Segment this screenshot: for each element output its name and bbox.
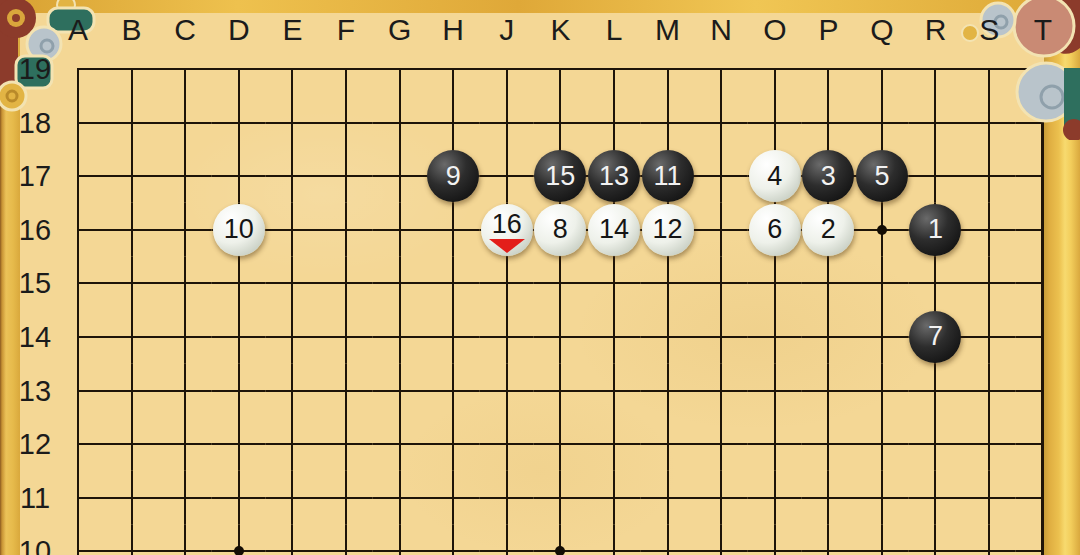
intersection-K19[interactable] xyxy=(534,42,588,96)
intersection-Q12[interactable] xyxy=(855,417,909,471)
move-number: 4 xyxy=(767,163,782,190)
intersection-O16[interactable]: 6 xyxy=(748,203,802,257)
intersection-Q14[interactable] xyxy=(855,310,909,364)
intersection-H19[interactable] xyxy=(426,42,480,96)
intersection-F16[interactable] xyxy=(319,203,373,257)
intersection-J16[interactable]: 16 xyxy=(480,203,534,257)
intersection-A11[interactable] xyxy=(51,471,105,525)
intersection-B18[interactable] xyxy=(105,96,159,150)
move-number: 3 xyxy=(821,163,836,190)
move-number: 8 xyxy=(553,216,568,243)
move-number: 15 xyxy=(545,163,575,190)
intersection-S10[interactable] xyxy=(962,525,1016,555)
stone-black-13: 13 xyxy=(588,150,640,202)
intersection-A15[interactable] xyxy=(51,257,105,311)
intersection-Q13[interactable] xyxy=(855,364,909,418)
intersection-R16[interactable]: 1 xyxy=(909,203,963,257)
intersection-M14[interactable] xyxy=(641,310,695,364)
intersection-D14[interactable] xyxy=(212,310,266,364)
move-number: 12 xyxy=(652,216,682,243)
intersection-J11[interactable] xyxy=(480,471,534,525)
intersection-B10[interactable] xyxy=(105,525,159,555)
intersection-P14[interactable] xyxy=(802,310,856,364)
intersection-D19[interactable] xyxy=(212,42,266,96)
intersection-N11[interactable] xyxy=(694,471,748,525)
intersection-D17[interactable] xyxy=(212,149,266,203)
intersection-P16[interactable]: 2 xyxy=(802,203,856,257)
intersection-P10[interactable] xyxy=(802,525,856,555)
intersection-D10[interactable] xyxy=(212,525,266,555)
intersection-C14[interactable] xyxy=(158,310,212,364)
intersection-O14[interactable] xyxy=(748,310,802,364)
intersection-B11[interactable] xyxy=(105,471,159,525)
intersection-H13[interactable] xyxy=(426,364,480,418)
intersection-A19[interactable] xyxy=(51,42,105,96)
intersection-F18[interactable] xyxy=(319,96,373,150)
move-number: 1 xyxy=(928,216,943,243)
intersection-R15[interactable] xyxy=(909,257,963,311)
intersection-G10[interactable] xyxy=(373,525,427,555)
intersection-Q11[interactable] xyxy=(855,471,909,525)
move-number: 5 xyxy=(874,163,889,190)
intersection-T15[interactable] xyxy=(1016,257,1070,311)
intersection-K12[interactable] xyxy=(534,417,588,471)
go-board-screen: 91513114351016814126217 ABCDEFGHJKLMNOPQ… xyxy=(0,0,1080,555)
intersection-D11[interactable] xyxy=(212,471,266,525)
intersection-E12[interactable] xyxy=(266,417,320,471)
intersection-T19[interactable] xyxy=(1016,42,1070,96)
stone-white-4: 4 xyxy=(749,150,801,202)
intersection-J17[interactable] xyxy=(480,149,534,203)
intersection-C12[interactable] xyxy=(158,417,212,471)
stone-black-11: 11 xyxy=(642,150,694,202)
intersection-B17[interactable] xyxy=(105,149,159,203)
intersection-T17[interactable] xyxy=(1016,149,1070,203)
stone-white-10: 10 xyxy=(213,204,265,256)
intersection-D12[interactable] xyxy=(212,417,266,471)
intersection-S19[interactable] xyxy=(962,42,1016,96)
intersection-N19[interactable] xyxy=(694,42,748,96)
intersection-O12[interactable] xyxy=(748,417,802,471)
intersection-L15[interactable] xyxy=(587,257,641,311)
intersection-F19[interactable] xyxy=(319,42,373,96)
intersection-G14[interactable] xyxy=(373,310,427,364)
intersection-M10[interactable] xyxy=(641,525,695,555)
intersection-J13[interactable] xyxy=(480,364,534,418)
intersection-S15[interactable] xyxy=(962,257,1016,311)
move-number: 2 xyxy=(821,216,836,243)
intersection-H11[interactable] xyxy=(426,471,480,525)
intersection-P12[interactable] xyxy=(802,417,856,471)
intersection-Q19[interactable] xyxy=(855,42,909,96)
intersection-H16[interactable] xyxy=(426,203,480,257)
stone-black-1: 1 xyxy=(909,204,961,256)
intersection-E19[interactable] xyxy=(266,42,320,96)
intersection-L14[interactable] xyxy=(587,310,641,364)
intersection-B16[interactable] xyxy=(105,203,159,257)
star-point-D10 xyxy=(234,546,244,555)
intersection-T13[interactable] xyxy=(1016,364,1070,418)
move-number: 7 xyxy=(928,323,943,350)
intersection-K15[interactable] xyxy=(534,257,588,311)
intersection-N17[interactable] xyxy=(694,149,748,203)
intersection-K11[interactable] xyxy=(534,471,588,525)
move-number: 6 xyxy=(767,216,782,243)
stone-white-12: 12 xyxy=(642,204,694,256)
intersection-A14[interactable] xyxy=(51,310,105,364)
intersection-S17[interactable] xyxy=(962,149,1016,203)
intersection-L12[interactable] xyxy=(587,417,641,471)
intersection-O18[interactable] xyxy=(748,96,802,150)
intersection-O17[interactable]: 4 xyxy=(748,149,802,203)
intersection-H15[interactable] xyxy=(426,257,480,311)
intersection-Q10[interactable] xyxy=(855,525,909,555)
intersection-A12[interactable] xyxy=(51,417,105,471)
intersection-L11[interactable] xyxy=(587,471,641,525)
intersection-S18[interactable] xyxy=(962,96,1016,150)
intersection-E10[interactable] xyxy=(266,525,320,555)
intersection-R11[interactable] xyxy=(909,471,963,525)
intersection-G12[interactable] xyxy=(373,417,427,471)
intersection-S12[interactable] xyxy=(962,417,1016,471)
intersection-K14[interactable] xyxy=(534,310,588,364)
intersection-B13[interactable] xyxy=(105,364,159,418)
intersection-N16[interactable] xyxy=(694,203,748,257)
intersection-H12[interactable] xyxy=(426,417,480,471)
intersection-G15[interactable] xyxy=(373,257,427,311)
intersection-E18[interactable] xyxy=(266,96,320,150)
intersection-M16[interactable]: 12 xyxy=(641,203,695,257)
last-move-marker xyxy=(489,239,525,253)
intersection-O19[interactable] xyxy=(748,42,802,96)
stone-black-15: 15 xyxy=(534,150,586,202)
intersection-S16[interactable] xyxy=(962,203,1016,257)
intersection-A10[interactable] xyxy=(51,525,105,555)
intersection-K17[interactable]: 15 xyxy=(534,149,588,203)
intersection-M19[interactable] xyxy=(641,42,695,96)
intersection-F13[interactable] xyxy=(319,364,373,418)
intersection-H18[interactable] xyxy=(426,96,480,150)
intersection-P17[interactable]: 3 xyxy=(802,149,856,203)
intersection-N15[interactable] xyxy=(694,257,748,311)
move-number: 11 xyxy=(654,163,682,190)
intersection-J10[interactable] xyxy=(480,525,534,555)
intersection-C17[interactable] xyxy=(158,149,212,203)
intersection-J14[interactable] xyxy=(480,310,534,364)
intersection-J18[interactable] xyxy=(480,96,534,150)
stone-white-16: 16 xyxy=(481,204,533,256)
intersection-R17[interactable] xyxy=(909,149,963,203)
intersection-D18[interactable] xyxy=(212,96,266,150)
intersection-L10[interactable] xyxy=(587,525,641,555)
stone-white-6: 6 xyxy=(749,204,801,256)
intersection-B14[interactable] xyxy=(105,310,159,364)
intersection-K18[interactable] xyxy=(534,96,588,150)
intersection-G11[interactable] xyxy=(373,471,427,525)
move-number: 10 xyxy=(224,216,254,243)
intersection-T18[interactable] xyxy=(1016,96,1070,150)
intersection-A16[interactable] xyxy=(51,203,105,257)
stone-white-2: 2 xyxy=(802,204,854,256)
intersection-R19[interactable] xyxy=(909,42,963,96)
intersection-R12[interactable] xyxy=(909,417,963,471)
intersection-E16[interactable] xyxy=(266,203,320,257)
intersection-K10[interactable] xyxy=(534,525,588,555)
intersection-R14[interactable]: 7 xyxy=(909,310,963,364)
stone-white-8: 8 xyxy=(534,204,586,256)
intersection-M12[interactable] xyxy=(641,417,695,471)
intersection-B19[interactable] xyxy=(105,42,159,96)
intersection-F17[interactable] xyxy=(319,149,373,203)
intersection-M17[interactable]: 11 xyxy=(641,149,695,203)
intersection-L18[interactable] xyxy=(587,96,641,150)
intersection-K16[interactable]: 8 xyxy=(534,203,588,257)
intersection-E17[interactable] xyxy=(266,149,320,203)
intersection-G17[interactable] xyxy=(373,149,427,203)
intersection-O10[interactable] xyxy=(748,525,802,555)
intersection-R18[interactable] xyxy=(909,96,963,150)
intersection-E14[interactable] xyxy=(266,310,320,364)
star-point-Q16 xyxy=(877,225,887,235)
intersection-H14[interactable] xyxy=(426,310,480,364)
intersection-G18[interactable] xyxy=(373,96,427,150)
intersection-E15[interactable] xyxy=(266,257,320,311)
intersection-J19[interactable] xyxy=(480,42,534,96)
intersection-L19[interactable] xyxy=(587,42,641,96)
intersection-Q17[interactable]: 5 xyxy=(855,149,909,203)
frame-band-top xyxy=(0,0,1080,13)
move-number: 9 xyxy=(446,163,461,190)
intersection-B15[interactable] xyxy=(105,257,159,311)
intersection-P13[interactable] xyxy=(802,364,856,418)
intersection-O11[interactable] xyxy=(748,471,802,525)
intersection-C11[interactable] xyxy=(158,471,212,525)
intersection-N18[interactable] xyxy=(694,96,748,150)
intersection-C18[interactable] xyxy=(158,96,212,150)
intersection-F14[interactable] xyxy=(319,310,373,364)
stone-black-5: 5 xyxy=(856,150,908,202)
intersection-F12[interactable] xyxy=(319,417,373,471)
intersection-G13[interactable] xyxy=(373,364,427,418)
intersection-P11[interactable] xyxy=(802,471,856,525)
star-point-K10 xyxy=(555,546,565,555)
intersection-J12[interactable] xyxy=(480,417,534,471)
intersection-J15[interactable] xyxy=(480,257,534,311)
intersection-N13[interactable] xyxy=(694,364,748,418)
intersection-C19[interactable] xyxy=(158,42,212,96)
intersection-D15[interactable] xyxy=(212,257,266,311)
stone-black-9: 9 xyxy=(427,150,479,202)
intersection-G16[interactable] xyxy=(373,203,427,257)
intersection-M13[interactable] xyxy=(641,364,695,418)
intersection-A17[interactable] xyxy=(51,149,105,203)
intersection-L13[interactable] xyxy=(587,364,641,418)
intersection-Q16[interactable] xyxy=(855,203,909,257)
stone-black-7: 7 xyxy=(909,311,961,363)
intersection-N10[interactable] xyxy=(694,525,748,555)
intersection-T11[interactable] xyxy=(1016,471,1070,525)
intersection-P15[interactable] xyxy=(802,257,856,311)
stone-white-14: 14 xyxy=(588,204,640,256)
intersection-A18[interactable] xyxy=(51,96,105,150)
intersection-M18[interactable] xyxy=(641,96,695,150)
intersection-S13[interactable] xyxy=(962,364,1016,418)
go-board-grid: 91513114351016814126217 xyxy=(51,42,1069,555)
intersection-T14[interactable] xyxy=(1016,310,1070,364)
intersection-Q18[interactable] xyxy=(855,96,909,150)
move-number: 13 xyxy=(599,163,629,190)
intersection-B12[interactable] xyxy=(105,417,159,471)
frame-band-left xyxy=(0,0,20,555)
intersection-H17[interactable]: 9 xyxy=(426,149,480,203)
intersection-T10[interactable] xyxy=(1016,525,1070,555)
intersection-K13[interactable] xyxy=(534,364,588,418)
intersection-T12[interactable] xyxy=(1016,417,1070,471)
intersection-D16[interactable]: 10 xyxy=(212,203,266,257)
intersection-C15[interactable] xyxy=(158,257,212,311)
intersection-O15[interactable] xyxy=(748,257,802,311)
intersection-C13[interactable] xyxy=(158,364,212,418)
intersection-M11[interactable] xyxy=(641,471,695,525)
intersection-R10[interactable] xyxy=(909,525,963,555)
intersection-S14[interactable] xyxy=(962,310,1016,364)
intersection-S11[interactable] xyxy=(962,471,1016,525)
intersection-R13[interactable] xyxy=(909,364,963,418)
intersection-O13[interactable] xyxy=(748,364,802,418)
intersection-M15[interactable] xyxy=(641,257,695,311)
intersection-F11[interactable] xyxy=(319,471,373,525)
intersection-N14[interactable] xyxy=(694,310,748,364)
intersection-G19[interactable] xyxy=(373,42,427,96)
intersection-P19[interactable] xyxy=(802,42,856,96)
intersection-L17[interactable]: 13 xyxy=(587,149,641,203)
move-number: 16 xyxy=(492,211,522,238)
intersection-Q15[interactable] xyxy=(855,257,909,311)
intersection-C16[interactable] xyxy=(158,203,212,257)
intersection-N12[interactable] xyxy=(694,417,748,471)
intersection-F15[interactable] xyxy=(319,257,373,311)
intersection-L16[interactable]: 14 xyxy=(587,203,641,257)
stone-black-3: 3 xyxy=(802,150,854,202)
intersection-P18[interactable] xyxy=(802,96,856,150)
intersection-F10[interactable] xyxy=(319,525,373,555)
intersection-A13[interactable] xyxy=(51,364,105,418)
intersection-H10[interactable] xyxy=(426,525,480,555)
move-number: 14 xyxy=(599,216,629,243)
intersection-E13[interactable] xyxy=(266,364,320,418)
intersection-T16[interactable] xyxy=(1016,203,1070,257)
intersection-C10[interactable] xyxy=(158,525,212,555)
intersection-E11[interactable] xyxy=(266,471,320,525)
intersection-D13[interactable] xyxy=(212,364,266,418)
